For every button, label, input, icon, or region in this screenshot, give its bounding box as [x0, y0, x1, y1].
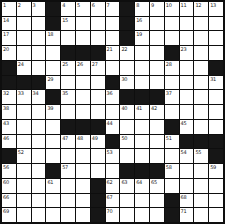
- black-cell: [106, 76, 120, 90]
- black-cell: [165, 208, 179, 222]
- clue-number: 22: [121, 46, 127, 52]
- grid-cell[interactable]: 33: [17, 90, 31, 104]
- clue-number: 3: [33, 2, 36, 8]
- grid-cell[interactable]: [17, 17, 31, 31]
- clue-number: 62: [107, 179, 113, 185]
- grid-cell[interactable]: 14: [2, 17, 16, 31]
- grid-cell[interactable]: 43: [2, 120, 16, 134]
- grid-cell[interactable]: [32, 164, 46, 178]
- clue-number: 29: [47, 76, 53, 82]
- grid-cell[interactable]: [17, 179, 31, 193]
- black-cell: [120, 17, 134, 31]
- grid-cell[interactable]: [194, 90, 208, 104]
- grid-cell[interactable]: [17, 135, 31, 149]
- clue-number: 67: [107, 194, 113, 200]
- clue-number: 61: [47, 179, 53, 185]
- grid-cell[interactable]: 48: [76, 135, 90, 149]
- grid-cell[interactable]: [209, 105, 223, 119]
- clue-number: 51: [166, 135, 172, 141]
- clue-number: 59: [210, 164, 216, 170]
- grid-cell[interactable]: [32, 31, 46, 45]
- grid-cell[interactable]: [17, 31, 31, 45]
- grid-cell[interactable]: [194, 76, 208, 90]
- black-cell: [46, 90, 60, 104]
- clue-number: 8: [136, 2, 139, 8]
- grid-cell[interactable]: [91, 31, 105, 45]
- grid-cell[interactable]: [194, 208, 208, 222]
- grid-cell[interactable]: [17, 208, 31, 222]
- clue-number: 55: [195, 149, 201, 155]
- black-cell: [91, 194, 105, 208]
- grid-cell[interactable]: [135, 76, 149, 90]
- black-cell: [120, 164, 134, 178]
- grid-cell[interactable]: [46, 194, 60, 208]
- grid-cell[interactable]: [165, 179, 179, 193]
- grid-cell[interactable]: [32, 120, 46, 134]
- grid-cell[interactable]: [46, 120, 60, 134]
- grid-cell[interactable]: 8: [135, 2, 149, 16]
- grid-cell[interactable]: [194, 120, 208, 134]
- clue-number: 58: [166, 164, 172, 170]
- clue-number: 12: [195, 2, 201, 8]
- grid-cell[interactable]: 17: [2, 31, 16, 45]
- black-cell: [91, 179, 105, 193]
- grid-cell[interactable]: 22: [120, 46, 134, 60]
- black-cell: [46, 164, 60, 178]
- grid-cell[interactable]: 61: [46, 179, 60, 193]
- grid-cell[interactable]: 51: [165, 135, 179, 149]
- grid-cell[interactable]: 21: [106, 46, 120, 60]
- clue-number: 20: [3, 46, 9, 52]
- grid-cell[interactable]: 41: [135, 105, 149, 119]
- grid-cell[interactable]: 37: [165, 90, 179, 104]
- grid-cell[interactable]: 62: [106, 179, 120, 193]
- clue-number: 40: [121, 105, 127, 111]
- grid-cell[interactable]: [76, 164, 90, 178]
- grid-cell[interactable]: [120, 208, 134, 222]
- grid-cell[interactable]: [61, 179, 75, 193]
- grid-cell[interactable]: [32, 194, 46, 208]
- grid-cell[interactable]: 15: [61, 17, 75, 31]
- grid-cell[interactable]: 68: [180, 194, 194, 208]
- grid-cell[interactable]: [32, 135, 46, 149]
- grid-cell[interactable]: [209, 90, 223, 104]
- grid-cell[interactable]: [91, 149, 105, 163]
- clue-number: 14: [3, 17, 9, 23]
- grid-cell[interactable]: 29: [46, 76, 60, 90]
- grid-cell[interactable]: [32, 149, 46, 163]
- grid-cell[interactable]: 5: [76, 2, 90, 16]
- grid-cell[interactable]: [150, 46, 164, 60]
- grid-cell[interactable]: 71: [180, 208, 194, 222]
- grid-cell[interactable]: [150, 31, 164, 45]
- grid-cell[interactable]: [46, 46, 60, 60]
- clue-number: 30: [121, 76, 127, 82]
- grid-cell[interactable]: 42: [150, 105, 164, 119]
- grid-cell[interactable]: [194, 61, 208, 75]
- grid-cell[interactable]: 19: [135, 31, 149, 45]
- black-cell: [76, 46, 90, 60]
- clue-number: 21: [107, 46, 113, 52]
- black-cell: [135, 90, 149, 104]
- clue-number: 52: [18, 149, 24, 155]
- clue-number: 27: [92, 61, 98, 67]
- clue-number: 13: [210, 2, 216, 8]
- clue-number: 45: [181, 120, 187, 126]
- grid-cell[interactable]: 25: [61, 61, 75, 75]
- grid-cell[interactable]: 69: [2, 208, 16, 222]
- grid-cell[interactable]: 46: [2, 135, 16, 149]
- black-cell: [106, 135, 120, 149]
- grid-cell[interactable]: [194, 164, 208, 178]
- clue-number: 60: [3, 179, 9, 185]
- clue-number: 64: [136, 179, 142, 185]
- grid-cell[interactable]: [150, 149, 164, 163]
- grid-cell[interactable]: [209, 208, 223, 222]
- grid-cell[interactable]: [106, 31, 120, 45]
- grid-cell[interactable]: 32: [2, 90, 16, 104]
- grid-cell[interactable]: [180, 61, 194, 75]
- grid-cell[interactable]: [135, 61, 149, 75]
- grid-cell[interactable]: [165, 17, 179, 31]
- grid-cell[interactable]: [165, 76, 179, 90]
- black-cell: [17, 76, 31, 90]
- grid-cell[interactable]: [76, 194, 90, 208]
- grid-cell[interactable]: 50: [120, 135, 134, 149]
- clue-number: 4: [62, 2, 65, 8]
- grid-cell[interactable]: [32, 179, 46, 193]
- grid-cell[interactable]: 26: [76, 61, 90, 75]
- grid-cell[interactable]: 57: [61, 164, 75, 178]
- grid-cell[interactable]: 63: [120, 179, 134, 193]
- grid-cell[interactable]: 28: [165, 61, 179, 75]
- grid-cell[interactable]: [150, 135, 164, 149]
- grid-cell[interactable]: 64: [135, 179, 149, 193]
- grid-cell[interactable]: [91, 17, 105, 31]
- clue-number: 7: [107, 2, 110, 8]
- grid-cell[interactable]: [209, 179, 223, 193]
- clue-number: 44: [107, 120, 113, 126]
- grid-cell[interactable]: 16: [135, 17, 149, 31]
- clue-number: 70: [107, 208, 113, 214]
- black-cell: [61, 120, 75, 134]
- grid-cell[interactable]: 7: [106, 2, 120, 16]
- grid-cell[interactable]: [17, 105, 31, 119]
- grid-cell[interactable]: 54: [180, 149, 194, 163]
- grid-cell[interactable]: [61, 149, 75, 163]
- clue-number: 46: [3, 135, 9, 141]
- black-cell: [120, 31, 134, 45]
- grid-cell[interactable]: [76, 208, 90, 222]
- black-cell: [180, 135, 194, 149]
- grid-cell[interactable]: [180, 164, 194, 178]
- grid-cell[interactable]: [194, 31, 208, 45]
- black-cell: [209, 61, 223, 75]
- clue-number: 66: [3, 194, 9, 200]
- grid-cell[interactable]: [180, 76, 194, 90]
- grid-cell[interactable]: 38: [2, 105, 16, 119]
- clue-number: 17: [3, 31, 9, 37]
- grid-cell[interactable]: [76, 31, 90, 45]
- grid-cell[interactable]: [135, 120, 149, 134]
- clue-number: 6: [92, 2, 95, 8]
- grid-cell[interactable]: [150, 61, 164, 75]
- clue-number: 36: [107, 90, 113, 96]
- grid-cell[interactable]: [106, 105, 120, 119]
- black-cell: [120, 90, 134, 104]
- grid-cell[interactable]: [180, 31, 194, 45]
- clue-number: 38: [3, 105, 9, 111]
- grid-cell[interactable]: [194, 179, 208, 193]
- clue-number: 5: [77, 2, 80, 8]
- grid-cell[interactable]: [106, 164, 120, 178]
- grid-cell[interactable]: 56: [2, 164, 16, 178]
- black-cell: [46, 2, 60, 16]
- grid-cell[interactable]: [180, 17, 194, 31]
- grid-cell[interactable]: 1: [2, 2, 16, 16]
- black-cell: [165, 194, 179, 208]
- grid-cell[interactable]: 18: [46, 31, 60, 45]
- clue-number: 41: [136, 105, 142, 111]
- grid-cell[interactable]: [76, 149, 90, 163]
- clue-number: 33: [18, 90, 24, 96]
- black-cell: [61, 46, 75, 60]
- clue-number: 23: [181, 46, 187, 52]
- clue-number: 49: [92, 135, 98, 141]
- black-cell: [91, 208, 105, 222]
- grid-cell[interactable]: [76, 90, 90, 104]
- black-cell: [120, 2, 134, 16]
- clue-number: 26: [77, 61, 83, 67]
- grid-cell[interactable]: [194, 46, 208, 60]
- grid-cell[interactable]: 9: [150, 2, 164, 16]
- clue-number: 24: [18, 61, 24, 67]
- grid-cell[interactable]: 40: [120, 105, 134, 119]
- black-cell: [209, 135, 223, 149]
- grid-cell[interactable]: [135, 149, 149, 163]
- grid-cell[interactable]: [106, 17, 120, 31]
- grid-cell[interactable]: [194, 17, 208, 31]
- clue-number: 32: [3, 90, 9, 96]
- grid-cell[interactable]: [209, 17, 223, 31]
- clue-number: 39: [47, 105, 53, 111]
- grid-cell[interactable]: [150, 208, 164, 222]
- grid-cell[interactable]: [180, 105, 194, 119]
- black-cell: [209, 149, 223, 163]
- clue-number: 47: [62, 135, 68, 141]
- grid-cell[interactable]: [76, 105, 90, 119]
- grid-cell[interactable]: 12: [194, 2, 208, 16]
- grid-cell[interactable]: [91, 105, 105, 119]
- grid-cell[interactable]: [32, 46, 46, 60]
- black-cell: [76, 120, 90, 134]
- grid-cell[interactable]: [17, 46, 31, 60]
- grid-cell[interactable]: 52: [17, 149, 31, 163]
- grid-cell[interactable]: 49: [91, 135, 105, 149]
- grid-cell[interactable]: [180, 90, 194, 104]
- grid-cell[interactable]: [17, 120, 31, 134]
- grid-cell[interactable]: [46, 61, 60, 75]
- grid-cell[interactable]: 10: [165, 2, 179, 16]
- grid-cell[interactable]: [165, 105, 179, 119]
- clue-number: 57: [62, 164, 68, 170]
- grid-cell[interactable]: [209, 46, 223, 60]
- grid-cell[interactable]: 39: [46, 105, 60, 119]
- grid-cell[interactable]: 4: [61, 2, 75, 16]
- clue-number: 54: [181, 149, 187, 155]
- black-cell: [165, 46, 179, 60]
- black-cell: [135, 164, 149, 178]
- clue-number: 16: [136, 17, 142, 23]
- grid-cell[interactable]: [135, 135, 149, 149]
- grid-cell[interactable]: 13: [209, 2, 223, 16]
- grid-cell[interactable]: [91, 164, 105, 178]
- clue-number: 37: [166, 90, 172, 96]
- black-cell: [32, 76, 46, 90]
- grid-cell[interactable]: [61, 105, 75, 119]
- grid-cell[interactable]: [76, 179, 90, 193]
- grid-cell[interactable]: [61, 208, 75, 222]
- grid-cell[interactable]: [32, 17, 46, 31]
- grid-cell[interactable]: [91, 76, 105, 90]
- grid-cell[interactable]: 11: [180, 2, 194, 16]
- black-cell: [2, 149, 16, 163]
- grid-cell[interactable]: 67: [106, 194, 120, 208]
- clue-number: 25: [62, 61, 68, 67]
- clue-number: 31: [210, 76, 216, 82]
- clue-number: 19: [136, 31, 142, 37]
- grid-cell[interactable]: 31: [209, 76, 223, 90]
- grid-cell[interactable]: 70: [106, 208, 120, 222]
- grid-cell[interactable]: [32, 61, 46, 75]
- grid-cell[interactable]: [120, 61, 134, 75]
- clue-number: 2: [18, 2, 21, 8]
- clue-number: 28: [166, 61, 172, 67]
- clue-number: 63: [121, 179, 127, 185]
- clue-number: 56: [3, 164, 9, 170]
- grid-cell[interactable]: [46, 149, 60, 163]
- black-cell: [46, 17, 60, 31]
- clue-number: 53: [107, 149, 113, 155]
- grid-cell[interactable]: 53: [106, 149, 120, 163]
- black-cell: [194, 135, 208, 149]
- clue-number: 68: [181, 194, 187, 200]
- grid-cell[interactable]: [180, 179, 194, 193]
- grid-cell[interactable]: [61, 194, 75, 208]
- grid-cell[interactable]: [150, 194, 164, 208]
- grid-cell[interactable]: [194, 194, 208, 208]
- clue-number: 42: [151, 105, 157, 111]
- grid-cell[interactable]: [150, 76, 164, 90]
- grid-cell[interactable]: 35: [61, 90, 75, 104]
- clue-number: 10: [166, 2, 172, 8]
- black-cell: [91, 46, 105, 60]
- clue-number: 15: [62, 17, 68, 23]
- grid-cell[interactable]: [120, 194, 134, 208]
- grid-cell[interactable]: 60: [2, 179, 16, 193]
- grid-cell[interactable]: 45: [180, 120, 194, 134]
- clue-number: 34: [33, 90, 39, 96]
- grid-cell[interactable]: 66: [2, 194, 16, 208]
- grid-cell[interactable]: 58: [165, 164, 179, 178]
- grid-cell[interactable]: 2: [17, 2, 31, 16]
- grid-cell[interactable]: 3: [32, 2, 46, 16]
- grid-cell[interactable]: [106, 61, 120, 75]
- clue-number: 43: [3, 120, 9, 126]
- black-cell: [150, 164, 164, 178]
- grid-cell[interactable]: [209, 120, 223, 134]
- clue-number: 69: [3, 208, 9, 214]
- grid-cell[interactable]: [165, 149, 179, 163]
- clue-number: 35: [62, 90, 68, 96]
- black-cell: [165, 120, 179, 134]
- grid-cell[interactable]: 34: [32, 90, 46, 104]
- clue-number: 18: [47, 31, 53, 37]
- grid-cell[interactable]: 59: [209, 164, 223, 178]
- black-cell: [2, 76, 16, 90]
- black-cell: [2, 61, 16, 75]
- grid-cell[interactable]: [46, 208, 60, 222]
- grid-cell[interactable]: [91, 90, 105, 104]
- clue-number: 1: [3, 2, 6, 8]
- grid-cell[interactable]: [209, 194, 223, 208]
- clue-number: 50: [121, 135, 127, 141]
- grid-cell[interactable]: [150, 17, 164, 31]
- grid-cell[interactable]: [61, 31, 75, 45]
- black-cell: [150, 90, 164, 104]
- grid-cell[interactable]: [135, 208, 149, 222]
- grid-cell[interactable]: [165, 31, 179, 45]
- grid-cell[interactable]: [76, 17, 90, 31]
- black-cell: [91, 120, 105, 134]
- grid-cell[interactable]: 27: [91, 61, 105, 75]
- grid-cell[interactable]: 24: [17, 61, 31, 75]
- clue-number: 9: [151, 2, 154, 8]
- grid-cell[interactable]: 30: [120, 76, 134, 90]
- grid-cell[interactable]: [76, 76, 90, 90]
- clue-number: 71: [181, 208, 187, 214]
- grid-cell[interactable]: [150, 120, 164, 134]
- grid-cell[interactable]: [17, 164, 31, 178]
- grid-cell[interactable]: [46, 135, 60, 149]
- grid-cell[interactable]: [120, 149, 134, 163]
- grid-cell[interactable]: [61, 76, 75, 90]
- grid-cell[interactable]: [32, 208, 46, 222]
- grid-cell[interactable]: 44: [106, 120, 120, 134]
- grid-cell[interactable]: 65: [150, 179, 164, 193]
- grid-cell[interactable]: [209, 31, 223, 45]
- grid-cell[interactable]: [194, 105, 208, 119]
- grid-cell[interactable]: 6: [91, 2, 105, 16]
- grid-cell[interactable]: [120, 120, 134, 134]
- grid-cell[interactable]: [135, 46, 149, 60]
- clue-number: 11: [181, 2, 187, 8]
- grid-cell[interactable]: 23: [180, 46, 194, 60]
- clue-number: 48: [77, 135, 83, 141]
- grid-cell[interactable]: [32, 105, 46, 119]
- grid-cell[interactable]: 47: [61, 135, 75, 149]
- grid-cell[interactable]: [135, 194, 149, 208]
- grid-cell[interactable]: 36: [106, 90, 120, 104]
- crossword-grid: 1234567891011121314151617181920212223242…: [0, 0, 225, 224]
- clue-number: 65: [151, 179, 157, 185]
- grid-cell[interactable]: 20: [2, 46, 16, 60]
- grid-cell[interactable]: 55: [194, 149, 208, 163]
- grid-cell[interactable]: [17, 194, 31, 208]
